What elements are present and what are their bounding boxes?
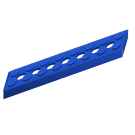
page: { "object": { "name": "LEGO Technic Plat…: [0, 0, 135, 135]
product-image-canvas: [0, 0, 135, 135]
lego-plate-render: [0, 0, 135, 135]
